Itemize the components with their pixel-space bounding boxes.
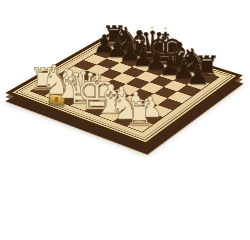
square-g3 xyxy=(134,100,158,112)
square-c4 xyxy=(89,75,112,86)
square-h8 xyxy=(196,73,219,84)
square-b8 xyxy=(116,47,138,57)
square-g1 xyxy=(113,114,138,127)
square-h4 xyxy=(158,98,182,110)
brass-clasp xyxy=(48,93,65,106)
square-f3 xyxy=(120,95,144,107)
square-a3 xyxy=(53,72,76,83)
square-d4 xyxy=(103,79,126,90)
square-h3 xyxy=(148,105,172,117)
square-b5 xyxy=(86,65,109,75)
square-e3 xyxy=(106,90,130,101)
square-d3 xyxy=(92,86,116,97)
square-e6 xyxy=(136,72,159,83)
square-f8 xyxy=(168,64,191,74)
square-b6 xyxy=(96,59,119,69)
square-f6 xyxy=(149,76,172,87)
square-h6 xyxy=(177,85,200,96)
square-e2 xyxy=(95,97,119,109)
square-d6 xyxy=(122,67,145,78)
square-e1 xyxy=(85,104,110,116)
square-d8 xyxy=(141,56,163,66)
square-h1 xyxy=(127,119,152,132)
board-frame xyxy=(12,36,236,142)
square-c3 xyxy=(79,81,103,92)
square-d2 xyxy=(82,92,106,104)
square-g8 xyxy=(182,68,205,79)
square-g6 xyxy=(163,81,186,92)
square-g2 xyxy=(123,107,148,119)
square-c7 xyxy=(119,57,141,67)
square-b7 xyxy=(106,53,128,63)
square-a7 xyxy=(93,49,115,59)
queen-coronet-finial xyxy=(151,26,154,29)
square-f7 xyxy=(159,70,182,81)
square-a4 xyxy=(63,66,86,76)
square-a5 xyxy=(74,60,97,70)
square-g5 xyxy=(154,87,178,98)
square-f4 xyxy=(130,89,154,100)
square-f1 xyxy=(99,109,124,121)
square-g4 xyxy=(144,93,168,105)
square-e4 xyxy=(116,84,140,95)
square-e8 xyxy=(155,60,177,70)
square-a6 xyxy=(84,55,106,65)
square-e5 xyxy=(126,78,149,89)
square-h7 xyxy=(186,79,209,90)
square-c8 xyxy=(128,51,150,61)
square-a2 xyxy=(42,78,66,89)
square-f2 xyxy=(109,102,133,114)
square-d5 xyxy=(113,73,136,84)
king-cross-finial xyxy=(164,27,167,30)
square-c6 xyxy=(109,63,132,73)
square-b2 xyxy=(55,83,79,94)
square-h2 xyxy=(138,112,163,124)
square-c2 xyxy=(68,88,92,99)
square-d1 xyxy=(71,99,95,111)
square-c5 xyxy=(99,69,122,80)
square-f5 xyxy=(140,82,163,93)
square-d7 xyxy=(132,61,155,71)
square-h5 xyxy=(168,92,192,104)
chess-board xyxy=(5,34,243,147)
square-b4 xyxy=(76,70,99,81)
square-e7 xyxy=(145,66,168,76)
square-g7 xyxy=(172,74,195,85)
square-a8 xyxy=(103,43,125,53)
chess-set-product-photo: ♜♞♝♛♚♝♞♜♟♟♟♟♟♟♟♟♟♟♟♟♟♟♟♟♜♞♝♛♚♝♞♜ xyxy=(0,0,250,148)
square-b3 xyxy=(66,77,89,88)
